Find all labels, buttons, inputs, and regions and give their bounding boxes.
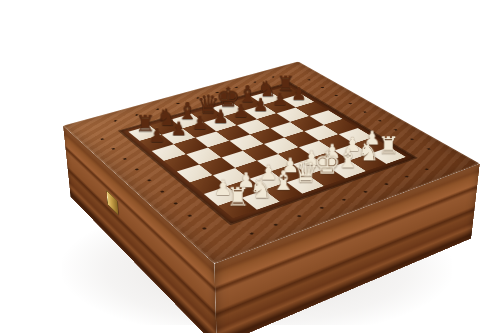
brass-clasp	[106, 190, 118, 216]
piece-glyph: ♟	[148, 126, 165, 145]
piece-glyph: ♟	[191, 113, 208, 131]
piece-white-rook-a1[interactable]: ♜	[224, 168, 252, 208]
piece-glyph: ♞	[249, 175, 273, 202]
marble-board-border: ♜♞♝♛♚♝♞♜♟♟♟♟♟♟♟♟♟♟♟♟♟♟♟♟♜♞♝♛♚♝♞♜	[120, 83, 414, 224]
piece-black-pawn-a7[interactable]: ♟	[144, 107, 169, 143]
chess-set-photo: ♜♞♝♛♚♝♞♜♟♟♟♟♟♟♟♟♟♟♟♟♟♟♟♟♜♞♝♛♚♝♞♜	[0, 0, 500, 333]
piece-glyph: ♟	[252, 96, 268, 114]
chess-box-top: ♜♞♝♛♚♝♞♜♟♟♟♟♟♟♟♟♟♟♟♟♟♟♟♟♜♞♝♛♚♝♞♜	[63, 61, 480, 263]
piece-glyph: ♟	[212, 107, 228, 125]
piece-glyph: ♜	[226, 184, 249, 210]
piece-glyph: ♟	[272, 90, 288, 108]
piece-glyph: ♟	[170, 119, 187, 138]
piece-glyph: ♟	[233, 102, 249, 120]
piece-black-pawn-b7[interactable]: ♟	[166, 101, 191, 136]
piece-black-pawn-c7[interactable]: ♟	[188, 95, 212, 130]
piece-glyph: ♟	[291, 85, 307, 102]
